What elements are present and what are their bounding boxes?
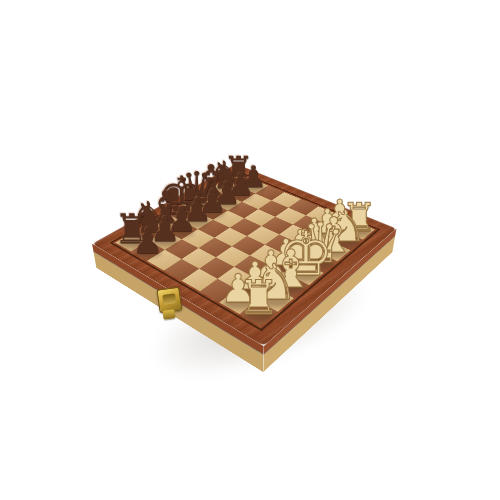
- board-square: [182, 196, 212, 212]
- board-square: [218, 267, 254, 289]
- board-square: [165, 239, 199, 259]
- board-square: [147, 250, 182, 271]
- board-square: [261, 217, 292, 235]
- brass-latch-hook: [162, 309, 175, 320]
- board-square: [197, 203, 228, 219]
- board-square: [166, 221, 198, 239]
- board-inner-border: [110, 171, 381, 332]
- board-square: [232, 236, 265, 255]
- board-square: [212, 195, 242, 211]
- board-square: [198, 238, 231, 258]
- board-square: [182, 229, 215, 248]
- board-square: [219, 289, 256, 314]
- board-square: [182, 269, 218, 292]
- board-square: [273, 275, 309, 298]
- board-square: [298, 233, 331, 252]
- board-square: [198, 220, 230, 238]
- board-square: [293, 215, 324, 233]
- board-square: [311, 223, 343, 241]
- board-square: [317, 241, 350, 261]
- board-square: [279, 225, 311, 243]
- board-square: [257, 287, 294, 312]
- chess-set-photo: ♜♟♟♜♞♟♟♞♝♟♟♝♛♟♟♛♚♟♟♚♝♟♟♝♞♟♟♞♜♟♟♜: [0, 0, 500, 500]
- board-square: [131, 241, 165, 261]
- board-square: [234, 255, 269, 276]
- board-square: [250, 245, 284, 265]
- board-square: [324, 214, 355, 231]
- board-square: [244, 209, 275, 226]
- board-square: [239, 179, 268, 193]
- board-square: [237, 277, 273, 301]
- board-square: [182, 212, 213, 229]
- board-square: [289, 263, 324, 285]
- board-square: [330, 231, 362, 250]
- board-square: [213, 211, 244, 228]
- board-square: [228, 202, 258, 218]
- board-square: [275, 208, 306, 225]
- board-square: [265, 234, 298, 253]
- board-square: [303, 252, 337, 273]
- board-square: [166, 205, 197, 222]
- board-square: [164, 259, 199, 281]
- board-square: [216, 246, 250, 266]
- board-square: [211, 180, 240, 195]
- board-square: [240, 300, 278, 326]
- board-square: [182, 248, 216, 269]
- board-square: [258, 200, 288, 216]
- board-square: [269, 254, 303, 275]
- board-square: [247, 226, 279, 245]
- board-square: [115, 232, 148, 251]
- board-square: [149, 231, 182, 250]
- board-square: [199, 257, 234, 279]
- board-square: [197, 188, 226, 203]
- board-square: [306, 206, 336, 223]
- board-square: [230, 218, 262, 236]
- board-square: [343, 222, 375, 240]
- board-square: [200, 279, 237, 303]
- board-square: [284, 243, 317, 263]
- board-square: [133, 223, 165, 241]
- board-square: [150, 213, 182, 230]
- board-square: [253, 265, 288, 287]
- board-square: [255, 186, 284, 201]
- board-square: [288, 199, 318, 215]
- board-square: [271, 192, 300, 208]
- board-square: [226, 187, 255, 202]
- board-square: [242, 194, 272, 210]
- board-square: [214, 228, 247, 247]
- board-square: [224, 173, 252, 187]
